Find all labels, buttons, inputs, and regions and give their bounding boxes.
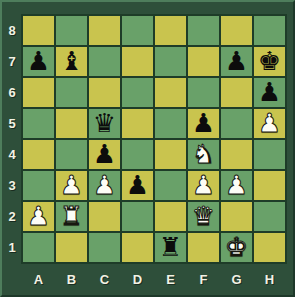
rank-label-8: 8: [2, 15, 22, 46]
square-c6[interactable]: [88, 77, 121, 108]
piece-black-king-h7[interactable]: ♚: [258, 47, 281, 76]
piece-black-pawn-d3[interactable]: ♟: [126, 171, 149, 200]
square-c3[interactable]: ♟: [88, 170, 121, 201]
piece-black-pawn-a7[interactable]: ♟: [27, 47, 50, 76]
square-d4[interactable]: [121, 139, 154, 170]
piece-black-pawn-h6[interactable]: ♟: [258, 78, 281, 107]
square-d5[interactable]: [121, 108, 154, 139]
file-label-b: B: [55, 263, 88, 295]
square-c8[interactable]: [88, 15, 121, 46]
square-h2[interactable]: [253, 201, 286, 232]
rank-label-3: 3: [2, 170, 22, 201]
square-f7[interactable]: [187, 46, 220, 77]
square-a8[interactable]: [22, 15, 55, 46]
piece-white-pawn-f3[interactable]: ♟: [192, 171, 215, 200]
square-e6[interactable]: [154, 77, 187, 108]
square-d6[interactable]: [121, 77, 154, 108]
square-f8[interactable]: [187, 15, 220, 46]
piece-black-pawn-f5[interactable]: ♟: [192, 109, 215, 138]
square-e4[interactable]: [154, 139, 187, 170]
square-f4[interactable]: ♞: [187, 139, 220, 170]
square-b1[interactable]: [55, 232, 88, 263]
square-h3[interactable]: [253, 170, 286, 201]
square-e2[interactable]: [154, 201, 187, 232]
rank-label-5: 5: [2, 108, 22, 139]
rank-label-1: 1: [2, 232, 22, 263]
file-label-f: F: [187, 263, 220, 295]
square-g3[interactable]: ♟: [220, 170, 253, 201]
square-a5[interactable]: [22, 108, 55, 139]
file-label-c: C: [88, 263, 121, 295]
square-b3[interactable]: ♟: [55, 170, 88, 201]
piece-black-pawn-c4[interactable]: ♟: [93, 140, 116, 169]
square-c7[interactable]: [88, 46, 121, 77]
square-h1[interactable]: [253, 232, 286, 263]
piece-black-bishop-b7[interactable]: ♝: [60, 47, 83, 76]
piece-black-pawn-g7[interactable]: ♟: [225, 47, 248, 76]
rank-label-7: 7: [2, 46, 22, 77]
square-a1[interactable]: [22, 232, 55, 263]
square-g1[interactable]: ♚: [220, 232, 253, 263]
square-c4[interactable]: ♟: [88, 139, 121, 170]
square-d1[interactable]: [121, 232, 154, 263]
piece-white-pawn-g3[interactable]: ♟: [225, 171, 248, 200]
chess-board[interactable]: ♟♝♟♚♟♛♟♟♟♞♟♟♟♟♟♟♜♛♜♚: [22, 15, 286, 263]
square-d7[interactable]: [121, 46, 154, 77]
square-g7[interactable]: ♟: [220, 46, 253, 77]
piece-white-knight-f4[interactable]: ♞: [192, 140, 215, 169]
square-a3[interactable]: [22, 170, 55, 201]
rank-labels: 87654321: [2, 15, 22, 263]
square-h7[interactable]: ♚: [253, 46, 286, 77]
square-g6[interactable]: [220, 77, 253, 108]
piece-white-pawn-b3[interactable]: ♟: [60, 171, 83, 200]
square-g2[interactable]: [220, 201, 253, 232]
file-label-a: A: [22, 263, 55, 295]
square-g5[interactable]: [220, 108, 253, 139]
square-f1[interactable]: [187, 232, 220, 263]
square-d2[interactable]: [121, 201, 154, 232]
square-a6[interactable]: [22, 77, 55, 108]
square-e8[interactable]: [154, 15, 187, 46]
square-f2[interactable]: ♛: [187, 201, 220, 232]
square-b5[interactable]: [55, 108, 88, 139]
square-a7[interactable]: ♟: [22, 46, 55, 77]
square-c5[interactable]: ♛: [88, 108, 121, 139]
square-c1[interactable]: [88, 232, 121, 263]
piece-white-pawn-h5[interactable]: ♟: [258, 109, 281, 138]
piece-white-queen-f2[interactable]: ♛: [192, 202, 215, 231]
square-h8[interactable]: [253, 15, 286, 46]
square-e7[interactable]: [154, 46, 187, 77]
square-g8[interactable]: [220, 15, 253, 46]
piece-white-king-g1[interactable]: ♚: [225, 233, 248, 262]
square-e3[interactable]: [154, 170, 187, 201]
square-b6[interactable]: [55, 77, 88, 108]
piece-white-rook-b2[interactable]: ♜: [60, 202, 83, 231]
square-h5[interactable]: ♟: [253, 108, 286, 139]
file-label-e: E: [154, 263, 187, 295]
piece-white-pawn-c3[interactable]: ♟: [93, 171, 116, 200]
square-f6[interactable]: [187, 77, 220, 108]
square-b8[interactable]: [55, 15, 88, 46]
square-e5[interactable]: [154, 108, 187, 139]
square-a4[interactable]: [22, 139, 55, 170]
file-label-g: G: [220, 263, 253, 295]
chess-board-frame: 87654321 ♟♝♟♚♟♛♟♟♟♞♟♟♟♟♟♟♜♛♜♚ ABCDEFGH: [0, 0, 295, 297]
square-c2[interactable]: [88, 201, 121, 232]
square-f3[interactable]: ♟: [187, 170, 220, 201]
square-b7[interactable]: ♝: [55, 46, 88, 77]
square-e1[interactable]: ♜: [154, 232, 187, 263]
piece-white-pawn-a2[interactable]: ♟: [27, 202, 50, 231]
square-h6[interactable]: ♟: [253, 77, 286, 108]
square-f5[interactable]: ♟: [187, 108, 220, 139]
square-b2[interactable]: ♜: [55, 201, 88, 232]
rank-label-4: 4: [2, 139, 22, 170]
piece-black-rook-e1[interactable]: ♜: [159, 233, 182, 262]
piece-black-queen-c5[interactable]: ♛: [93, 109, 116, 138]
square-b4[interactable]: [55, 139, 88, 170]
square-d8[interactable]: [121, 15, 154, 46]
file-label-d: D: [121, 263, 154, 295]
square-d3[interactable]: ♟: [121, 170, 154, 201]
rank-label-6: 6: [2, 77, 22, 108]
rank-label-2: 2: [2, 201, 22, 232]
file-labels: ABCDEFGH: [22, 263, 286, 295]
square-a2[interactable]: ♟: [22, 201, 55, 232]
square-h4[interactable]: [253, 139, 286, 170]
square-g4[interactable]: [220, 139, 253, 170]
file-label-h: H: [253, 263, 286, 295]
